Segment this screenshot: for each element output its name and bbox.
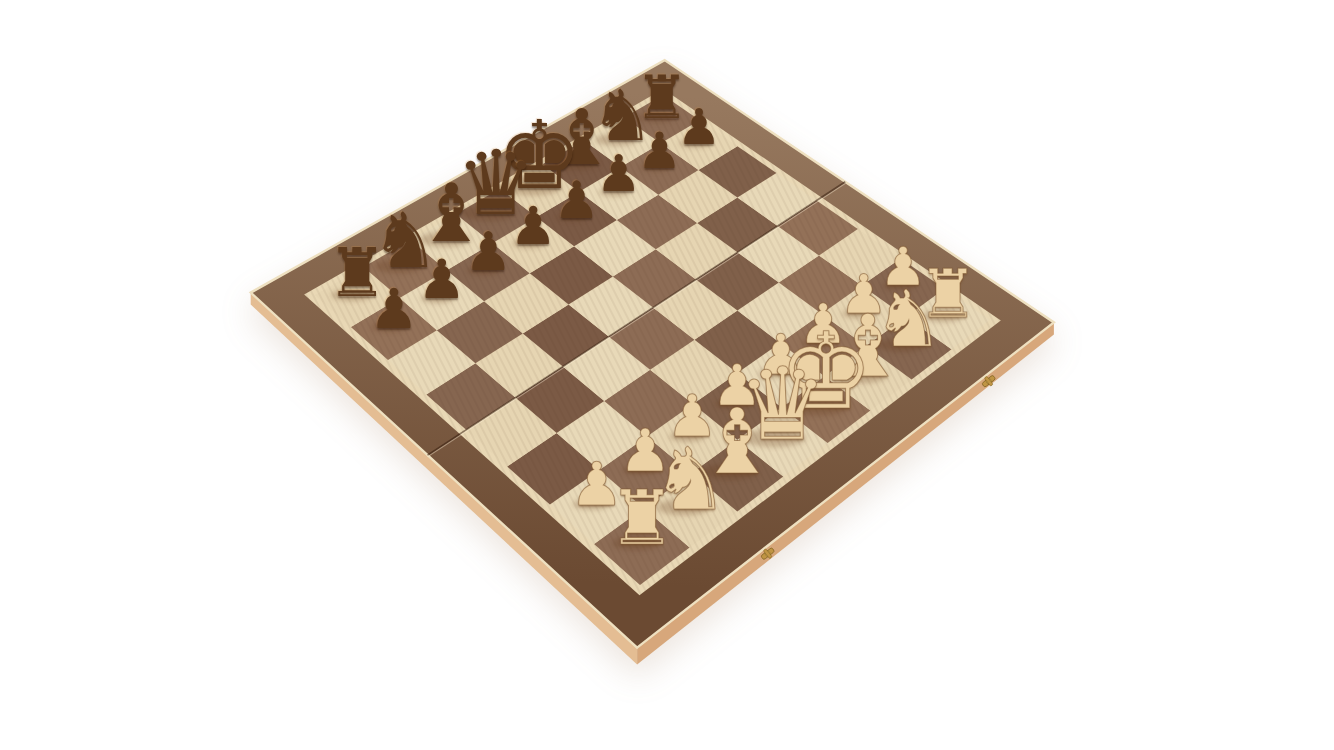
chess-set-product-photo: { "game": "chess", "scene": "folding woo…	[0, 0, 1334, 750]
wood-grain-overlay	[304, 89, 1001, 595]
chess-board	[0, 0, 1334, 750]
